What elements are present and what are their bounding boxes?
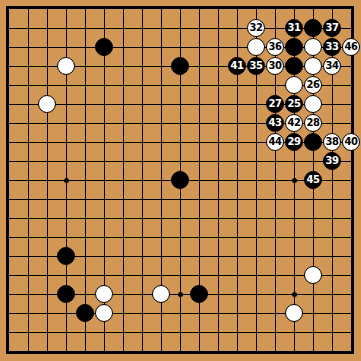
stone-black [57, 285, 75, 303]
stone-black-move-33: 33 [323, 38, 341, 56]
star-point [292, 178, 297, 183]
stone-black-move-31: 31 [285, 19, 303, 37]
star-point [178, 292, 183, 297]
stone-black-move-43: 43 [266, 114, 284, 132]
stone-white-move-36: 36 [266, 38, 284, 56]
stone-white [95, 304, 113, 322]
stone-black-move-41: 41 [228, 57, 246, 75]
stone-black [95, 38, 113, 56]
stone-white [304, 95, 322, 113]
stone-white-move-42: 42 [285, 114, 303, 132]
star-point [64, 178, 69, 183]
stone-black-move-35: 35 [247, 57, 265, 75]
stone-white-move-34: 34 [323, 57, 341, 75]
stone-black-move-29: 29 [285, 133, 303, 151]
stone-white [285, 76, 303, 94]
stone-white [304, 266, 322, 284]
stone-white [95, 285, 113, 303]
stone-white-move-28: 28 [304, 114, 322, 132]
go-board: 2526272829303132333435363738394041424344… [0, 0, 361, 361]
stone-black [76, 304, 94, 322]
stone-white-move-46: 46 [342, 38, 360, 56]
stone-black-move-39: 39 [323, 152, 341, 170]
stone-white-move-30: 30 [266, 57, 284, 75]
stone-black-move-25: 25 [285, 95, 303, 113]
stone-white [247, 38, 265, 56]
stone-black-move-45: 45 [304, 171, 322, 189]
stone-white [152, 285, 170, 303]
stone-black [57, 247, 75, 265]
stone-black [171, 171, 189, 189]
stone-white-move-40: 40 [342, 133, 360, 151]
stone-white [285, 304, 303, 322]
stone-black [304, 133, 322, 151]
stone-white [304, 57, 322, 75]
stone-white-move-38: 38 [323, 133, 341, 151]
stone-white-move-44: 44 [266, 133, 284, 151]
stone-black-move-37: 37 [323, 19, 341, 37]
grid-line-horizontal [9, 332, 351, 333]
stone-black [285, 38, 303, 56]
stone-black [190, 285, 208, 303]
grid-line-horizontal [9, 275, 351, 276]
grid-line-horizontal [9, 237, 351, 238]
star-point [292, 292, 297, 297]
stone-black [304, 19, 322, 37]
stone-white [38, 95, 56, 113]
grid-line-horizontal [9, 199, 351, 200]
grid-line-vertical [218, 9, 219, 351]
stone-black [285, 57, 303, 75]
stone-white [304, 38, 322, 56]
stone-white-move-26: 26 [304, 76, 322, 94]
stone-white-move-32: 32 [247, 19, 265, 37]
stone-black [171, 57, 189, 75]
stone-white [57, 57, 75, 75]
stone-black-move-27: 27 [266, 95, 284, 113]
grid-line-horizontal [9, 218, 351, 219]
